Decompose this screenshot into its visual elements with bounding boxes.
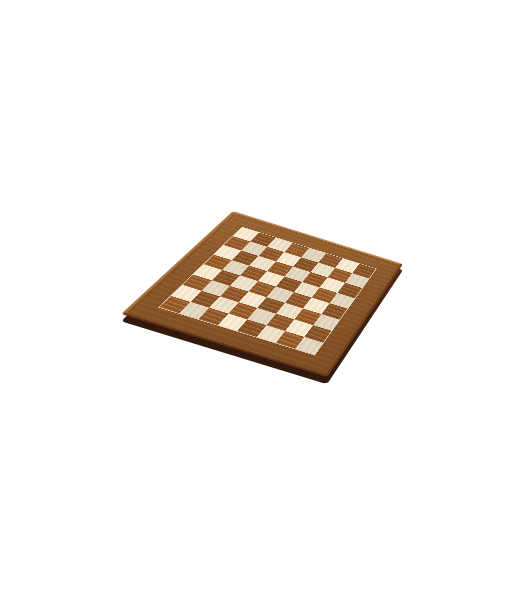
- product-photo: [0, 0, 525, 600]
- chessboard: [121, 211, 403, 377]
